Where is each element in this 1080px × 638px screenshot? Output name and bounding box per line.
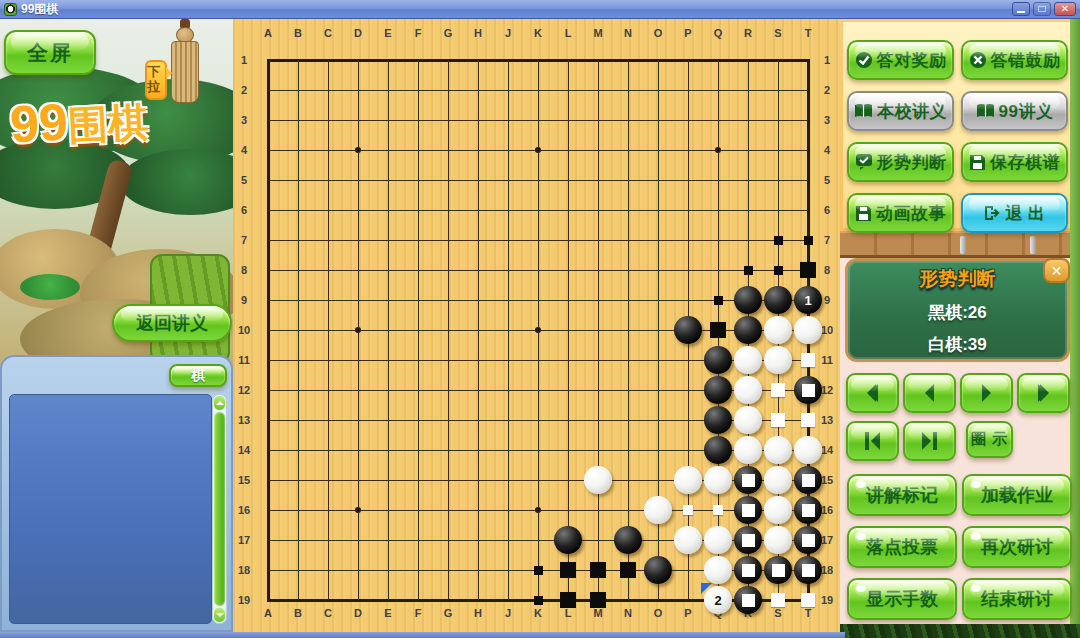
coordinate-label-col: B xyxy=(288,27,308,39)
coordinate-label-col: H xyxy=(468,607,488,619)
territory-marker-black-lg xyxy=(620,562,636,578)
coordinate-label-row: 13 xyxy=(234,414,254,426)
coordinate-label-row: 19 xyxy=(234,594,254,606)
dead-stone-white-square xyxy=(802,384,815,397)
white-stone[interactable] xyxy=(734,406,762,434)
button-label: 退 出 xyxy=(1005,202,1045,225)
logo-99: 99 xyxy=(9,93,70,154)
white-stone[interactable] xyxy=(794,316,822,344)
coordinate-label-col: M xyxy=(588,27,608,39)
territory-marker-black-lg xyxy=(710,322,726,338)
territory-marker-black-sm xyxy=(534,596,543,605)
coordinate-label-row: 10 xyxy=(234,324,254,336)
black-stone[interactable] xyxy=(764,556,792,584)
reward-correct-button[interactable]: 答对奖励 xyxy=(847,40,954,80)
black-stone[interactable] xyxy=(704,376,732,404)
go-board[interactable]: AABBCCDDEEFFGGHHJJKKLLMMNNOOPPQQRRSSTT11… xyxy=(233,19,840,638)
territory-marker-black-sm xyxy=(534,566,543,575)
coordinate-label-col: G xyxy=(438,27,458,39)
button-label: 99讲义 xyxy=(999,100,1054,123)
coordinate-label-row: 3 xyxy=(234,114,254,126)
coordinate-label-col: T xyxy=(798,607,818,619)
territory-marker-black-sm xyxy=(774,236,783,245)
coordinate-label-row: 4 xyxy=(234,144,254,156)
territory-marker-white-lg xyxy=(771,413,785,427)
animation-story-button[interactable]: 动画故事 xyxy=(847,193,954,233)
coordinate-label-col: Q xyxy=(708,27,728,39)
step-forward-button[interactable] xyxy=(960,373,1013,413)
fullscreen-label: 全屏 xyxy=(27,39,73,67)
dead-stone-white-square xyxy=(802,474,815,487)
coordinate-label-col: C xyxy=(318,607,338,619)
close-button[interactable]: ✕ xyxy=(1054,2,1076,16)
coordinate-label-col: D xyxy=(348,607,368,619)
grass-strip xyxy=(840,624,1080,638)
coordinate-label-col: F xyxy=(408,607,428,619)
coordinate-label-col: D xyxy=(348,27,368,39)
coordinate-label-row: 6 xyxy=(234,204,254,216)
white-stone[interactable] xyxy=(794,436,822,464)
action-buttons: 答对奖励 答错鼓励 本校讲义 99讲义 形势判断 保存棋谱 动画故事 xyxy=(847,40,1068,233)
dead-stone-white-square xyxy=(742,534,755,547)
grid-line-vertical xyxy=(598,60,599,600)
show-move-numbers-button[interactable]: 显示手数 xyxy=(847,578,957,620)
black-stone[interactable] xyxy=(794,376,822,404)
button-label: 显示手数 xyxy=(866,587,938,611)
coordinate-label-col: S xyxy=(768,27,788,39)
coordinate-label-row: 16 xyxy=(234,504,254,516)
left-icon xyxy=(925,384,934,402)
white-stone[interactable] xyxy=(644,496,672,524)
black-stone[interactable] xyxy=(794,496,822,524)
white-stone[interactable] xyxy=(764,316,792,344)
left-icon xyxy=(871,432,880,450)
territory-marker-white-sm xyxy=(683,505,693,515)
window-bottom-border xyxy=(0,632,845,638)
black-stone[interactable] xyxy=(614,526,642,554)
white-stone[interactable] xyxy=(764,526,792,554)
white-stone[interactable] xyxy=(674,526,702,554)
button-label: 答对奖励 xyxy=(877,49,947,72)
star-point xyxy=(355,327,361,333)
coordinate-label-row: 11 xyxy=(817,354,837,366)
coordinate-label-col: H xyxy=(468,27,488,39)
coordinate-label-row: 19 xyxy=(817,594,837,606)
territory-marker-black-lg xyxy=(560,592,576,608)
coordinate-label-row: 12 xyxy=(234,384,254,396)
grid-line-vertical xyxy=(628,60,629,600)
coordinate-label-col: M xyxy=(588,607,608,619)
double-right-icon xyxy=(1040,384,1049,402)
star-point xyxy=(535,507,541,513)
coordinate-label-row: 5 xyxy=(234,174,254,186)
dead-stone-white-square xyxy=(772,564,785,577)
territory-marker-white-lg xyxy=(771,383,785,397)
white-stone[interactable]: 2 xyxy=(704,586,732,614)
territory-marker-white-lg xyxy=(801,413,815,427)
coordinate-label-col: P xyxy=(678,607,698,619)
territory-marker-black-lg xyxy=(800,262,816,278)
black-stone[interactable] xyxy=(704,406,732,434)
white-stone[interactable] xyxy=(764,346,792,374)
back-to-lecture-label: 返回讲义 xyxy=(136,311,208,335)
shelf-bracket xyxy=(1030,236,1036,254)
coordinate-label-col: A xyxy=(258,27,278,39)
coordinate-label-row: 6 xyxy=(817,204,837,216)
app-icon xyxy=(4,3,17,16)
floppy-icon xyxy=(969,154,986,171)
black-stone[interactable] xyxy=(794,556,822,584)
floppy-icon xyxy=(855,205,872,222)
right-icon xyxy=(982,384,991,402)
app-logo: 99围棋 xyxy=(8,87,149,156)
coordinate-label-row: 1 xyxy=(817,54,837,66)
coordinate-label-row: 8 xyxy=(234,264,254,276)
black-stone[interactable] xyxy=(554,526,582,554)
button-label: 再次研讨 xyxy=(981,535,1053,559)
maximize-button[interactable] xyxy=(1033,2,1051,16)
territory-marker-black-lg xyxy=(590,562,606,578)
coordinate-label-col: K xyxy=(528,607,548,619)
coordinate-label-col: F xyxy=(408,27,428,39)
scrollbar xyxy=(212,394,227,624)
book-icon xyxy=(976,103,995,120)
wood-shelf xyxy=(840,231,1080,258)
move-number-label: 2 xyxy=(714,594,721,607)
back-to-lecture-button[interactable]: 返回讲义 xyxy=(112,304,232,342)
judgment-close-button[interactable]: ✕ xyxy=(1043,258,1070,283)
coordinate-label-row: 11 xyxy=(234,354,254,366)
white-stone[interactable] xyxy=(734,436,762,464)
lecture-99-button[interactable]: 99讲义 xyxy=(961,91,1068,131)
coordinate-label-col: A xyxy=(258,607,278,619)
white-stone[interactable] xyxy=(734,376,762,404)
white-stone[interactable] xyxy=(734,346,762,374)
coordinate-label-col: N xyxy=(618,27,638,39)
bar-icon xyxy=(865,432,869,450)
star-point xyxy=(535,147,541,153)
territory-marker-black-sm xyxy=(714,296,723,305)
button-label: 形势判断 xyxy=(877,151,947,174)
black-stone[interactable] xyxy=(794,466,822,494)
encourage-wrong-button[interactable]: 答错鼓励 xyxy=(961,40,1068,80)
white-stone[interactable] xyxy=(674,466,702,494)
territory-marker-black-sm xyxy=(804,236,813,245)
coordinate-label-col: T xyxy=(798,27,818,39)
black-stone[interactable] xyxy=(734,316,762,344)
black-stone[interactable] xyxy=(734,286,762,314)
dead-stone-white-square xyxy=(802,504,815,517)
scroll-down-button[interactable] xyxy=(214,608,225,622)
star-point xyxy=(535,327,541,333)
step-back-button[interactable] xyxy=(903,373,956,413)
black-stone[interactable] xyxy=(704,436,732,464)
coordinate-label-row: 17 xyxy=(234,534,254,546)
coordinate-label-col: C xyxy=(318,27,338,39)
coordinate-label-row: 9 xyxy=(234,294,254,306)
coordinate-label-col: J xyxy=(498,27,518,39)
black-score: 黑棋:26 xyxy=(848,301,1067,324)
minimize-button[interactable] xyxy=(1012,2,1030,16)
check-circle-icon xyxy=(855,51,873,69)
territory-marker-white-lg xyxy=(801,593,815,607)
coordinate-label-row: 7 xyxy=(234,234,254,246)
move-number-label: 1 xyxy=(804,294,811,307)
coordinate-label-col: N xyxy=(618,607,638,619)
nav-buttons-row2: 圈 示 xyxy=(846,421,1007,461)
dead-stone-white-square xyxy=(742,594,755,607)
scroll-thumb[interactable] xyxy=(214,412,225,606)
coordinate-label-col: J xyxy=(498,607,518,619)
coordinate-label-row: 4 xyxy=(817,144,837,156)
white-stone[interactable] xyxy=(584,466,612,494)
coordinate-label-row: 8 xyxy=(817,264,837,276)
territory-marker-white-sm xyxy=(713,505,723,515)
coordinate-label-row: 2 xyxy=(817,84,837,96)
tab-qi[interactable]: 棋 xyxy=(169,364,227,387)
window-controls: ✕ xyxy=(1009,2,1076,16)
white-stone[interactable] xyxy=(764,466,792,494)
coordinate-label-row: 13 xyxy=(817,414,837,426)
button-label: 讲解标记 xyxy=(866,483,938,507)
coordinate-label-col: P xyxy=(678,27,698,39)
left-scene-panel: 全屏 下拉 99围棋 返回讲义 棋 xyxy=(0,19,233,638)
white-score: 白棋:39 xyxy=(848,333,1067,356)
bar-icon xyxy=(933,432,937,450)
coordinate-label-row: 18 xyxy=(234,564,254,576)
white-stone[interactable] xyxy=(764,496,792,524)
button-label: 本校讲义 xyxy=(877,100,947,123)
button-label: 落点投票 xyxy=(866,535,938,559)
coordinate-label-col: O xyxy=(648,607,668,619)
coordinate-label-col: R xyxy=(738,27,758,39)
coordinate-label-row: 2 xyxy=(234,84,254,96)
dead-stone-white-square xyxy=(742,474,755,487)
right-control-panel: 答对奖励 答错鼓励 本校讲义 99讲义 形势判断 保存棋谱 动画故事 xyxy=(840,19,1080,638)
shelf-bracket xyxy=(960,236,966,254)
territory-marker-black-sm xyxy=(774,266,783,275)
explain-mark-button[interactable]: 讲解标记 xyxy=(847,474,957,516)
black-stone[interactable] xyxy=(674,316,702,344)
rewind-button[interactable] xyxy=(846,373,899,413)
button-label: 保存棋谱 xyxy=(990,151,1060,174)
exit-icon xyxy=(983,204,1001,222)
right-icon xyxy=(922,432,931,450)
coordinate-label-row: 5 xyxy=(817,174,837,186)
fullscreen-button[interactable]: 全屏 xyxy=(4,30,96,75)
black-stone[interactable] xyxy=(704,346,732,374)
scroll-up-button[interactable] xyxy=(214,396,225,410)
title-bar[interactable]: 99围棋 ✕ xyxy=(0,0,1080,19)
pulldown-tail xyxy=(166,67,178,79)
first-move-button[interactable] xyxy=(846,421,899,461)
button-label: 结束研讨 xyxy=(981,587,1053,611)
logo-weiqi: 围棋 xyxy=(67,99,149,147)
territory-marker-white-lg xyxy=(771,593,785,607)
coordinate-label-col: O xyxy=(648,27,668,39)
window-title: 99围棋 xyxy=(21,1,58,18)
white-stone[interactable] xyxy=(704,466,732,494)
coordinate-label-col: S xyxy=(768,607,788,619)
tassel-ornament xyxy=(168,19,202,111)
white-stone[interactable] xyxy=(704,526,732,554)
dead-stone-white-square xyxy=(742,564,755,577)
white-stone[interactable] xyxy=(764,436,792,464)
coordinate-label-col: L xyxy=(558,607,578,619)
territory-marker-black-lg xyxy=(590,592,606,608)
black-stone[interactable] xyxy=(734,526,762,554)
territory-marker-black-sm xyxy=(744,266,753,275)
position-judge-button[interactable]: 形势判断 xyxy=(847,142,954,182)
button-label: 加载作业 xyxy=(981,483,1053,507)
black-stone[interactable] xyxy=(794,526,822,554)
discuss-again-button[interactable]: 再次研讨 xyxy=(962,526,1072,568)
judgment-title: 形势判断 xyxy=(848,266,1067,292)
black-stone[interactable] xyxy=(644,556,672,584)
grid-line-vertical xyxy=(568,60,569,600)
dead-stone-white-square xyxy=(742,504,755,517)
coordinate-label-row: 3 xyxy=(817,114,837,126)
coordinate-label-col: L xyxy=(558,27,578,39)
coordinate-label-col: K xyxy=(528,27,548,39)
position-judgment-panel: 形势判断 ✕ 黑棋:26 白棋:39 xyxy=(845,258,1070,362)
white-stone[interactable] xyxy=(704,556,732,584)
game-list-panel: 棋 xyxy=(0,355,233,632)
territory-marker-black-lg xyxy=(560,562,576,578)
circle-mark-button[interactable]: 圈 示 xyxy=(966,421,1013,458)
coordinate-label-row: 1 xyxy=(234,54,254,66)
load-homework-button[interactable]: 加载作业 xyxy=(962,474,1072,516)
coordinate-label-row: 7 xyxy=(817,234,837,246)
grass-tuft xyxy=(20,274,80,300)
book-icon xyxy=(854,103,873,120)
coordinate-label-col: E xyxy=(378,607,398,619)
star-point xyxy=(355,147,361,153)
nav-buttons-row1 xyxy=(846,373,1070,413)
tab-qi-label: 棋 xyxy=(191,367,205,385)
tool-buttons: 讲解标记 加载作业 落点投票 再次研讨 显示手数 结束研讨 xyxy=(847,474,1072,620)
star-point xyxy=(715,147,721,153)
black-stone[interactable]: 1 xyxy=(794,286,822,314)
dead-stone-white-square xyxy=(802,534,815,547)
black-stone[interactable] xyxy=(734,466,762,494)
coordinate-label-col: G xyxy=(438,607,458,619)
star-point xyxy=(355,507,361,513)
exit-button[interactable]: 退 出 xyxy=(961,193,1068,233)
dead-stone-white-square xyxy=(802,564,815,577)
pulldown-tab[interactable]: 下拉 xyxy=(145,60,167,100)
game-list-content[interactable] xyxy=(9,394,212,624)
x-circle-icon xyxy=(969,51,987,69)
app-window: 99围棋 ✕ 全屏 下拉 99围棋 返回讲义 棋 xyxy=(0,0,1080,638)
black-stone[interactable] xyxy=(764,286,792,314)
save-record-button[interactable]: 保存棋谱 xyxy=(961,142,1068,182)
territory-marker-white-lg xyxy=(801,353,815,367)
coordinate-label-col: B xyxy=(288,607,308,619)
button-label: 动画故事 xyxy=(876,202,946,225)
coordinate-label-row: 15 xyxy=(234,474,254,486)
button-label: 答错鼓励 xyxy=(991,49,1061,72)
coordinate-label-col: E xyxy=(378,27,398,39)
last-move-button[interactable] xyxy=(903,421,956,461)
point-vote-button[interactable]: 落点投票 xyxy=(847,526,957,568)
coordinate-label-row: 14 xyxy=(234,444,254,456)
black-stone[interactable] xyxy=(734,556,762,584)
circle-mark-label: 圈 示 xyxy=(971,430,1008,449)
fast-forward-button[interactable] xyxy=(1017,373,1070,413)
black-stone[interactable] xyxy=(734,586,762,614)
end-discussion-button[interactable]: 结束研讨 xyxy=(962,578,1072,620)
bubble-check-icon xyxy=(855,153,873,171)
black-stone[interactable] xyxy=(734,496,762,524)
double-left-icon xyxy=(869,384,878,402)
school-lecture-button[interactable]: 本校讲义 xyxy=(847,91,954,131)
